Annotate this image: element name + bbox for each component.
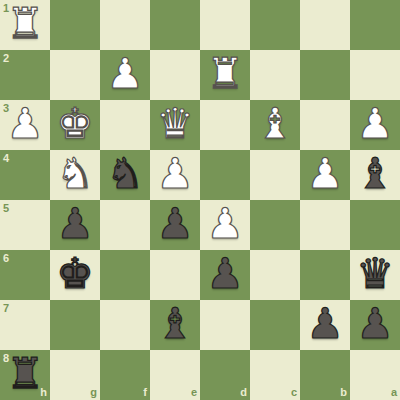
chess-board: 1♜2♟♜3♟♚♛♝♟4♞♞♟♟♝5♟♟♟6♚♟♛7♝♟♟8h♜gfedcba (0, 0, 400, 400)
square-h6[interactable]: 6 (0, 250, 50, 300)
square-c5[interactable] (250, 200, 300, 250)
file-label-a: a (391, 387, 397, 398)
square-h7[interactable]: 7 (0, 300, 50, 350)
square-c8[interactable]: c (250, 350, 300, 400)
rank-label-2: 2 (3, 53, 9, 64)
white-pawn-e4[interactable]: ♟ (156, 149, 194, 199)
file-label-e: e (191, 387, 197, 398)
square-e3[interactable]: ♛ (150, 100, 200, 150)
square-d6[interactable]: ♟ (200, 250, 250, 300)
rank-label-6: 6 (3, 253, 9, 264)
white-bishop-c3[interactable]: ♝ (256, 99, 294, 149)
square-e7[interactable]: ♝ (150, 300, 200, 350)
square-h8[interactable]: 8h♜ (0, 350, 50, 400)
square-e4[interactable]: ♟ (150, 150, 200, 200)
file-label-b: b (340, 387, 347, 398)
square-g8[interactable]: g (50, 350, 100, 400)
square-c4[interactable] (250, 150, 300, 200)
square-b5[interactable] (300, 200, 350, 250)
rank-label-4: 4 (3, 153, 9, 164)
black-pawn-e5[interactable]: ♟ (156, 199, 194, 249)
square-g2[interactable] (50, 50, 100, 100)
square-h4[interactable]: 4 (0, 150, 50, 200)
square-b6[interactable] (300, 250, 350, 300)
square-f2[interactable]: ♟ (100, 50, 150, 100)
white-rook-h1[interactable]: ♜ (6, 0, 44, 49)
square-a1[interactable] (350, 0, 400, 50)
square-g6[interactable]: ♚ (50, 250, 100, 300)
white-pawn-d5[interactable]: ♟ (206, 199, 244, 249)
black-pawn-a7[interactable]: ♟ (356, 299, 394, 349)
square-d8[interactable]: d (200, 350, 250, 400)
square-d1[interactable] (200, 0, 250, 50)
black-pawn-d6[interactable]: ♟ (206, 249, 244, 299)
square-c1[interactable] (250, 0, 300, 50)
square-d2[interactable]: ♜ (200, 50, 250, 100)
square-g4[interactable]: ♞ (50, 150, 100, 200)
square-d5[interactable]: ♟ (200, 200, 250, 250)
square-a7[interactable]: ♟ (350, 300, 400, 350)
file-label-d: d (240, 387, 247, 398)
square-g5[interactable]: ♟ (50, 200, 100, 250)
white-rook-d2[interactable]: ♜ (206, 49, 244, 99)
black-pawn-g5[interactable]: ♟ (56, 199, 94, 249)
square-f4[interactable]: ♞ (100, 150, 150, 200)
square-a3[interactable]: ♟ (350, 100, 400, 150)
square-g3[interactable]: ♚ (50, 100, 100, 150)
square-g7[interactable] (50, 300, 100, 350)
square-a6[interactable]: ♛ (350, 250, 400, 300)
file-label-c: c (291, 387, 297, 398)
square-b1[interactable] (300, 0, 350, 50)
black-bishop-a4[interactable]: ♝ (356, 149, 394, 199)
black-queen-a6[interactable]: ♛ (356, 249, 394, 299)
square-e5[interactable]: ♟ (150, 200, 200, 250)
square-e6[interactable] (150, 250, 200, 300)
square-c6[interactable] (250, 250, 300, 300)
rank-label-5: 5 (3, 203, 9, 214)
white-queen-e3[interactable]: ♛ (156, 99, 194, 149)
square-a5[interactable] (350, 200, 400, 250)
black-rook-h8[interactable]: ♜ (6, 349, 44, 399)
square-a8[interactable]: a (350, 350, 400, 400)
black-pawn-b7[interactable]: ♟ (306, 299, 344, 349)
square-b2[interactable] (300, 50, 350, 100)
black-knight-f4[interactable]: ♞ (106, 149, 144, 199)
square-d7[interactable] (200, 300, 250, 350)
square-h2[interactable]: 2 (0, 50, 50, 100)
square-a2[interactable] (350, 50, 400, 100)
square-f5[interactable] (100, 200, 150, 250)
black-king-g6[interactable]: ♚ (56, 249, 94, 299)
square-f6[interactable] (100, 250, 150, 300)
rank-label-7: 7 (3, 303, 9, 314)
square-c3[interactable]: ♝ (250, 100, 300, 150)
square-e1[interactable] (150, 0, 200, 50)
square-b3[interactable] (300, 100, 350, 150)
white-pawn-a3[interactable]: ♟ (356, 99, 394, 149)
square-c2[interactable] (250, 50, 300, 100)
black-bishop-e7[interactable]: ♝ (156, 299, 194, 349)
square-b8[interactable]: b (300, 350, 350, 400)
white-pawn-f2[interactable]: ♟ (106, 49, 144, 99)
square-e8[interactable]: e (150, 350, 200, 400)
square-e2[interactable] (150, 50, 200, 100)
file-label-f: f (143, 387, 147, 398)
square-c7[interactable] (250, 300, 300, 350)
white-king-g3[interactable]: ♚ (56, 99, 94, 149)
square-b4[interactable]: ♟ (300, 150, 350, 200)
square-h5[interactable]: 5 (0, 200, 50, 250)
file-label-g: g (90, 387, 97, 398)
square-b7[interactable]: ♟ (300, 300, 350, 350)
square-f1[interactable] (100, 0, 150, 50)
white-knight-g4[interactable]: ♞ (56, 149, 94, 199)
square-h1[interactable]: 1♜ (0, 0, 50, 50)
square-d3[interactable] (200, 100, 250, 150)
square-f7[interactable] (100, 300, 150, 350)
square-f8[interactable]: f (100, 350, 150, 400)
square-h3[interactable]: 3♟ (0, 100, 50, 150)
square-f3[interactable] (100, 100, 150, 150)
square-a4[interactable]: ♝ (350, 150, 400, 200)
white-pawn-h3[interactable]: ♟ (6, 99, 44, 149)
white-pawn-b4[interactable]: ♟ (306, 149, 344, 199)
square-g1[interactable] (50, 0, 100, 50)
square-d4[interactable] (200, 150, 250, 200)
